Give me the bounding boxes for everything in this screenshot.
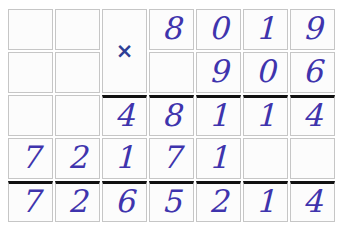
multiplication-grid: ×801990648114721717265214	[8, 9, 335, 222]
cell-r2c6: 0	[243, 52, 288, 93]
worksheet-page: ×801990648114721717265214	[0, 0, 342, 232]
cell-r3c1	[8, 95, 53, 136]
cell-r1c4: 8	[149, 9, 194, 50]
digit: 8	[162, 100, 182, 131]
cell-r5c5: 2	[196, 181, 241, 222]
digit: 9	[303, 13, 323, 44]
digit: 4	[303, 100, 323, 131]
digit: 1	[209, 142, 229, 173]
digit: 1	[115, 142, 135, 173]
digit: 4	[303, 186, 323, 217]
digit: 2	[209, 186, 229, 217]
cell-r5c2: 2	[55, 181, 100, 222]
cell-r3c5: 1	[196, 95, 241, 136]
operator-cell: ×	[102, 9, 147, 93]
cell-r1c7: 9	[290, 9, 335, 50]
digit: 0	[209, 13, 229, 44]
cell-r4c3: 1	[102, 138, 147, 179]
cell-r5c3: 6	[102, 181, 147, 222]
cell-r3c6: 1	[243, 95, 288, 136]
digit: 6	[303, 56, 323, 87]
digit: 2	[68, 142, 88, 173]
cell-r3c7: 4	[290, 95, 335, 136]
cell-r5c1: 7	[8, 181, 53, 222]
cell-r3c2	[55, 95, 100, 136]
digit: 7	[21, 142, 41, 173]
cell-r2c4	[149, 52, 194, 93]
digit: 2	[68, 186, 88, 217]
cell-r4c7	[290, 138, 335, 179]
cell-r5c6: 1	[243, 181, 288, 222]
digit: 7	[162, 142, 182, 173]
cell-r1c1	[8, 9, 53, 50]
digit: 1	[256, 186, 276, 217]
cell-r4c4: 7	[149, 138, 194, 179]
cell-r3c3: 4	[102, 95, 147, 136]
multiplication-sign: ×	[116, 41, 134, 62]
cell-r1c2	[55, 9, 100, 50]
cell-r4c5: 1	[196, 138, 241, 179]
digit: 1	[256, 100, 276, 131]
cell-r4c2: 2	[55, 138, 100, 179]
cell-r1c5: 0	[196, 9, 241, 50]
digit: 0	[256, 56, 276, 87]
digit: 1	[256, 13, 276, 44]
cell-r2c5: 9	[196, 52, 241, 93]
digit: 4	[115, 100, 135, 131]
cell-r1c6: 1	[243, 9, 288, 50]
cell-r4c1: 7	[8, 138, 53, 179]
cell-r2c7: 6	[290, 52, 335, 93]
digit: 9	[209, 56, 229, 87]
cell-r2c2	[55, 52, 100, 93]
cell-r2c1	[8, 52, 53, 93]
cell-r5c7: 4	[290, 181, 335, 222]
digit: 8	[162, 13, 182, 44]
cell-r3c4: 8	[149, 95, 194, 136]
digit: 1	[209, 100, 229, 131]
cell-r5c4: 5	[149, 181, 194, 222]
cell-r4c6	[243, 138, 288, 179]
digit: 7	[21, 186, 41, 217]
digit: 6	[115, 186, 135, 217]
digit: 5	[162, 186, 182, 217]
